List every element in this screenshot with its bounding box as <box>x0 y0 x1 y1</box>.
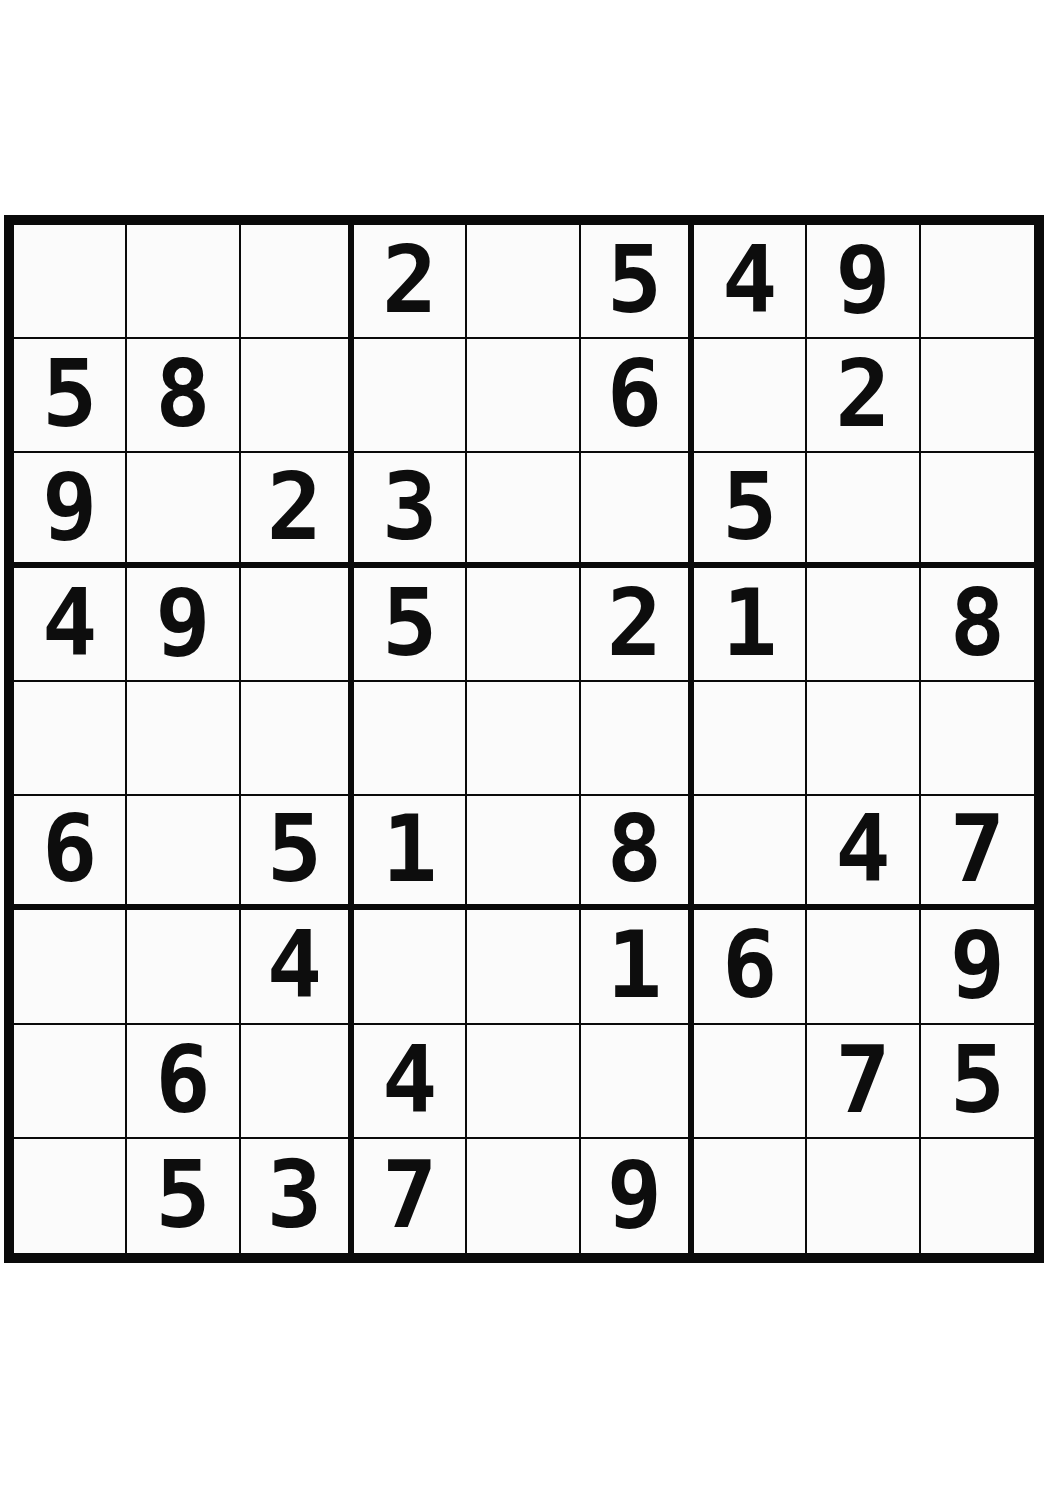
sudoku-cell[interactable] <box>241 225 354 339</box>
sudoku-cell[interactable]: 4 <box>354 1025 467 1139</box>
sudoku-cell[interactable] <box>467 796 580 910</box>
sudoku-cell[interactable] <box>127 910 240 1024</box>
sudoku-cell[interactable]: 1 <box>581 910 694 1024</box>
sudoku-cell[interactable]: 9 <box>921 910 1034 1024</box>
sudoku-cell[interactable]: 1 <box>694 568 807 682</box>
sudoku-cell[interactable]: 5 <box>241 796 354 910</box>
sudoku-cell[interactable] <box>807 1139 920 1253</box>
sudoku-cell[interactable] <box>127 796 240 910</box>
sudoku-cell[interactable] <box>807 910 920 1024</box>
sudoku-cell[interactable] <box>921 1139 1034 1253</box>
sudoku-cell[interactable]: 3 <box>354 453 467 567</box>
sudoku-cell[interactable] <box>694 1139 807 1253</box>
sudoku-cell[interactable] <box>581 1025 694 1139</box>
sudoku-cell[interactable] <box>467 910 580 1024</box>
sudoku-cell[interactable] <box>581 453 694 567</box>
sudoku-cell[interactable]: 4 <box>807 796 920 910</box>
sudoku-cell[interactable] <box>694 1025 807 1139</box>
sudoku-cell[interactable] <box>14 682 127 796</box>
sudoku-cell[interactable]: 4 <box>241 910 354 1024</box>
sudoku-cell[interactable] <box>14 1139 127 1253</box>
sudoku-cell[interactable]: 5 <box>354 568 467 682</box>
sudoku-cell[interactable] <box>241 339 354 453</box>
sudoku-cell[interactable]: 3 <box>241 1139 354 1253</box>
sudoku-cell[interactable] <box>467 682 580 796</box>
sudoku-cell[interactable] <box>694 339 807 453</box>
sudoku-cell[interactable]: 9 <box>14 453 127 567</box>
sudoku-cell[interactable] <box>14 910 127 1024</box>
sudoku-cell[interactable] <box>354 339 467 453</box>
sudoku-cell[interactable]: 5 <box>127 1139 240 1253</box>
sudoku-cell[interactable]: 4 <box>14 568 127 682</box>
sudoku-cell[interactable]: 5 <box>14 339 127 453</box>
sudoku-cell[interactable] <box>467 1025 580 1139</box>
sudoku-cell[interactable]: 6 <box>14 796 127 910</box>
sudoku-cell[interactable] <box>921 453 1034 567</box>
sudoku-cell[interactable] <box>921 682 1034 796</box>
sudoku-cell[interactable]: 5 <box>921 1025 1034 1139</box>
sudoku-cell[interactable] <box>14 1025 127 1139</box>
sudoku-cell[interactable]: 9 <box>581 1139 694 1253</box>
sudoku-cell[interactable] <box>921 225 1034 339</box>
sudoku-cell[interactable]: 8 <box>127 339 240 453</box>
sudoku-cell[interactable] <box>467 568 580 682</box>
sudoku-cell[interactable] <box>241 568 354 682</box>
sudoku-cell[interactable]: 6 <box>694 910 807 1024</box>
sudoku-cell[interactable] <box>127 682 240 796</box>
sudoku-cell[interactable]: 8 <box>581 796 694 910</box>
sudoku-cell[interactable] <box>581 682 694 796</box>
sudoku-cell[interactable] <box>467 453 580 567</box>
sudoku-cell[interactable]: 8 <box>921 568 1034 682</box>
sudoku-cell[interactable] <box>807 682 920 796</box>
sudoku-cell[interactable] <box>807 453 920 567</box>
sudoku-cell[interactable]: 9 <box>807 225 920 339</box>
sudoku-cell[interactable] <box>467 1139 580 1253</box>
sudoku-cell[interactable]: 7 <box>807 1025 920 1139</box>
sudoku-cell[interactable] <box>127 225 240 339</box>
page: 254958629235495218651847416964755379 <box>0 0 1050 1485</box>
sudoku-cell[interactable]: 7 <box>921 796 1034 910</box>
sudoku-cell[interactable] <box>807 568 920 682</box>
sudoku-cell[interactable] <box>354 682 467 796</box>
sudoku-cell[interactable]: 2 <box>581 568 694 682</box>
sudoku-cell[interactable]: 6 <box>581 339 694 453</box>
sudoku-cell[interactable] <box>467 225 580 339</box>
sudoku-board: 254958629235495218651847416964755379 <box>4 215 1044 1263</box>
sudoku-cell[interactable] <box>467 339 580 453</box>
sudoku-cell[interactable]: 2 <box>241 453 354 567</box>
sudoku-cell[interactable]: 4 <box>694 225 807 339</box>
sudoku-cell[interactable] <box>694 682 807 796</box>
sudoku-cell[interactable]: 1 <box>354 796 467 910</box>
sudoku-cell[interactable]: 7 <box>354 1139 467 1253</box>
sudoku-cell[interactable] <box>694 796 807 910</box>
sudoku-cell[interactable]: 6 <box>127 1025 240 1139</box>
sudoku-cell[interactable] <box>127 453 240 567</box>
sudoku-cell[interactable] <box>14 225 127 339</box>
sudoku-cell[interactable]: 5 <box>581 225 694 339</box>
sudoku-cell[interactable]: 2 <box>354 225 467 339</box>
sudoku-cell[interactable] <box>921 339 1034 453</box>
sudoku-cell[interactable] <box>354 910 467 1024</box>
sudoku-cell[interactable] <box>241 682 354 796</box>
sudoku-cell[interactable] <box>241 1025 354 1139</box>
sudoku-cell[interactable]: 2 <box>807 339 920 453</box>
sudoku-cell[interactable]: 9 <box>127 568 240 682</box>
sudoku-cell[interactable]: 5 <box>694 453 807 567</box>
